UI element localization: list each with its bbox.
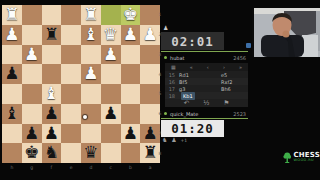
black-move[interactable]: Rxf2 [221,79,247,85]
square[interactable] [22,5,42,25]
piece-black-knight[interactable]: ♞ [44,143,59,163]
piece-black-pawn[interactable]: ♟ [4,64,19,84]
square[interactable] [101,143,121,163]
online-dot-icon [164,112,167,115]
move-row: 16 Bf5 Rxf2 [165,78,248,85]
square[interactable] [61,84,81,104]
square[interactable] [22,84,42,104]
square[interactable] [121,45,141,65]
piece-white-pawn[interactable]: ♟ [103,45,118,65]
last-move-icon[interactable]: » [239,64,242,70]
square[interactable]: ♜ [81,5,101,25]
black-move[interactable]: e5 [221,72,247,78]
first-move-icon[interactable]: « [190,64,193,70]
chesswood-logo: CHESS WOOD.RU [283,147,320,167]
move-list-controls: ▦ « ‹ › » [165,63,248,71]
square[interactable]: ♜ [2,5,22,25]
tree-icon [283,149,291,166]
square[interactable] [22,25,42,45]
square[interactable]: ♚ [22,143,42,163]
square[interactable] [42,64,62,84]
stream-badge-icon [246,43,251,48]
square[interactable]: ♝ [42,84,62,104]
game-panel: ♟ 02:01 hubat 2456 ▦ « ‹ › » 15 Rd1 e5 1… [161,0,250,180]
white-move[interactable]: g3 [177,86,221,92]
square[interactable] [61,104,81,124]
square[interactable] [140,84,160,104]
square[interactable]: ♛ [101,25,121,45]
file-label: c [101,165,121,170]
square[interactable]: ♟ [140,25,160,45]
square[interactable] [81,124,101,144]
captured-pieces-bottom: ♞ ♟ [162,136,178,143]
square[interactable]: ♟ [101,45,121,65]
square[interactable] [42,45,62,65]
square[interactable] [101,5,121,25]
square[interactable]: ♞ [42,143,62,163]
piece-white-bishop[interactable]: ♝ [44,84,59,104]
move-row: 15 Rd1 e5 [165,71,248,78]
square[interactable] [101,124,121,144]
game-actions: ↶ ½ ⚑ [165,98,248,108]
piece-white-pawn[interactable]: ♟ [83,64,98,84]
move-number: 15 [165,72,177,78]
piece-white-pawn[interactable]: ♟ [143,25,158,45]
square[interactable] [22,104,42,124]
piece-black-pawn[interactable]: ♟ [24,124,39,144]
square[interactable] [61,124,81,144]
square[interactable]: ♟ [81,64,101,84]
square[interactable] [22,64,42,84]
piece-white-pawn[interactable]: ♟ [4,25,19,45]
piece-black-pawn[interactable]: ♟ [44,104,59,124]
piece-white-pawn[interactable]: ♟ [24,45,39,65]
piece-white-pawn[interactable]: ♟ [123,25,138,45]
move-row: 17 g3 Bh6 [165,85,248,92]
square[interactable] [81,84,101,104]
file-label: a [140,165,160,170]
square[interactable] [61,5,81,25]
square[interactable]: ♟ [140,124,160,144]
square[interactable]: ♟ [101,104,121,124]
piece-white-king[interactable]: ♚ [123,5,138,25]
square[interactable]: ♟ [121,124,141,144]
square[interactable]: ♟ [22,45,42,65]
square[interactable] [140,104,160,124]
square[interactable] [140,45,160,65]
square[interactable] [101,64,121,84]
file-label: f [42,165,62,170]
square[interactable] [2,143,22,163]
draw-offer-icon[interactable]: ½ [203,99,209,107]
captured-pieces-top: ♟ [163,24,169,31]
board-options-icon[interactable]: ▦ [171,64,176,70]
player-name-bottom[interactable]: quick_Mate [170,111,198,117]
square[interactable] [81,104,101,124]
move-number: 16 [165,79,177,85]
file-label: b [121,165,141,170]
square[interactable]: ♟ [2,64,22,84]
square[interactable] [140,5,160,25]
white-move[interactable]: Rd1 [177,72,221,78]
square[interactable] [121,84,141,104]
piece-black-king[interactable]: ♚ [24,143,39,163]
file-label: h [2,165,22,170]
mouse-cursor [83,115,87,119]
takeback-icon[interactable]: ↶ [184,99,189,107]
webcam-feed [252,8,320,57]
piece-black-rook[interactable]: ♜ [44,25,59,45]
piece-black-queen[interactable]: ♛ [83,143,98,163]
square[interactable] [101,84,121,104]
piece-white-queen[interactable]: ♛ [103,25,118,45]
file-label: e [61,165,81,170]
piece-white-rook[interactable]: ♜ [83,5,98,25]
square[interactable]: ♟ [121,25,141,45]
square[interactable]: ♟ [42,104,62,124]
next-move-icon[interactable]: › [223,64,225,70]
square[interactable]: ♜ [42,25,62,45]
captured-count: +1 [181,138,188,143]
square[interactable] [2,84,22,104]
piece-black-rook[interactable]: ♜ [143,143,158,163]
timebar-top [161,51,248,53]
square[interactable] [61,143,81,163]
square[interactable] [2,124,22,144]
player-name-top[interactable]: hubat [170,55,185,61]
square[interactable]: ♟ [2,25,22,45]
square[interactable] [121,143,141,163]
prev-move-icon[interactable]: ‹ [207,64,209,70]
file-label: d [81,165,101,170]
square[interactable] [140,64,160,84]
square[interactable] [61,64,81,84]
clock-bottom: 01:20 [161,120,224,137]
square[interactable] [61,45,81,65]
file-label: g [22,165,42,170]
square[interactable]: ♜ [140,143,160,163]
black-move[interactable]: Bh6 [221,86,247,92]
logo-text-line2: WOOD.RU [293,159,320,163]
square[interactable] [121,64,141,84]
clock-top: 02:01 [161,32,224,50]
chess-board[interactable]: ♜♜♚♟♜♝♛♟♟♟♟♟♟♝♝♟♟♟♟♟♟♚♞♛♜ [2,5,160,163]
player-rating-bottom: 2523 [233,111,248,117]
player-rating-top: 2456 [233,55,248,61]
square[interactable]: ♝ [81,25,101,45]
online-dot-icon [164,56,167,59]
square[interactable]: ♛ [81,143,101,163]
resign-flag-icon[interactable]: ⚑ [223,99,229,107]
piece-black-pawn[interactable]: ♟ [44,124,59,144]
square[interactable]: ♟ [22,124,42,144]
piece-white-bishop[interactable]: ♝ [83,25,98,45]
piece-black-bishop[interactable]: ♝ [4,104,19,124]
white-move[interactable]: Bf5 [177,79,221,85]
piece-black-pawn[interactable]: ♟ [103,104,118,124]
move-number: 17 [165,86,177,92]
piece-black-pawn[interactable]: ♟ [143,124,158,144]
square[interactable] [42,5,62,25]
square[interactable] [121,104,141,124]
timebar-bottom [161,118,248,120]
square[interactable] [61,25,81,45]
square[interactable] [2,45,22,65]
piece-black-pawn[interactable]: ♟ [123,124,138,144]
piece-white-rook[interactable]: ♜ [4,5,19,25]
square[interactable]: ♚ [121,5,141,25]
square[interactable] [81,45,101,65]
square[interactable]: ♟ [42,124,62,144]
square[interactable]: ♝ [2,104,22,124]
